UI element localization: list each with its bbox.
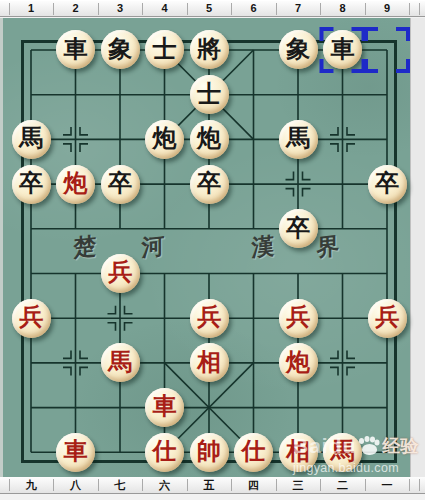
file-label: 9 — [374, 2, 400, 14]
black-horse-glyph: 馬 — [19, 126, 43, 150]
file-label: 7 — [285, 2, 311, 14]
file-label: 一 — [374, 478, 400, 493]
red-soldier[interactable]: 兵 — [12, 299, 51, 338]
ruler-tick — [142, 3, 143, 15]
red-soldier-glyph: 兵 — [19, 305, 43, 329]
black-general-glyph: 將 — [197, 37, 221, 61]
red-soldier[interactable]: 兵 — [190, 299, 229, 338]
pieces-layer: 車象士將象車士馬炮炮馬卒卒卒卒卒炮兵兵兵兵兵馬相炮車車仕帥仕相馬 — [9, 28, 410, 475]
ruler-tick — [365, 3, 366, 15]
red-advisor-glyph: 仕 — [242, 439, 266, 463]
file-label: 4 — [152, 2, 178, 14]
red-chariot[interactable]: 車 — [145, 388, 184, 427]
black-soldier-glyph: 卒 — [375, 171, 399, 195]
ruler-tick — [276, 3, 277, 15]
file-label: 五 — [196, 478, 222, 493]
red-cannon-glyph: 炮 — [286, 350, 310, 374]
file-label: 六 — [152, 478, 178, 493]
red-advisor-glyph: 仕 — [153, 439, 177, 463]
board-right-margin — [410, 18, 425, 477]
file-label: 5 — [196, 2, 222, 14]
ruler-tick — [142, 479, 143, 491]
black-cannon-glyph: 炮 — [153, 126, 177, 150]
red-elephant[interactable]: 相 — [279, 433, 318, 472]
black-elephant[interactable]: 象 — [279, 30, 318, 69]
black-chariot[interactable]: 車 — [56, 30, 95, 69]
file-label: 八 — [63, 478, 89, 493]
red-elephant[interactable]: 相 — [190, 343, 229, 382]
ruler-tick — [231, 3, 232, 15]
black-soldier[interactable]: 卒 — [12, 165, 51, 204]
red-soldier[interactable]: 兵 — [368, 299, 407, 338]
red-cannon-glyph: 炮 — [64, 171, 88, 195]
red-elephant-glyph: 相 — [197, 350, 221, 374]
ruler-tick — [187, 3, 188, 15]
black-horse[interactable]: 馬 — [12, 120, 51, 159]
ruler-tick — [187, 479, 188, 491]
black-cannon-glyph: 炮 — [197, 126, 221, 150]
black-advisor[interactable]: 士 — [145, 30, 184, 69]
ruler-tick — [365, 479, 366, 491]
red-horse-glyph: 馬 — [108, 350, 132, 374]
black-soldier-glyph: 卒 — [197, 171, 221, 195]
black-advisor-glyph: 士 — [197, 82, 221, 106]
black-soldier[interactable]: 卒 — [279, 209, 318, 248]
ruler-tick — [419, 479, 420, 491]
ruler-tick — [53, 479, 54, 491]
ruler-tick — [409, 479, 410, 491]
black-general[interactable]: 將 — [190, 30, 229, 69]
ruler-tick — [320, 3, 321, 15]
black-soldier-glyph: 卒 — [286, 216, 310, 240]
black-cannon[interactable]: 炮 — [145, 120, 184, 159]
xiangqi-board[interactable]: 楚河漢界 車象士將象車士馬炮炮馬卒卒卒卒卒炮兵兵兵兵兵馬相炮車車仕帥仕相馬 Ba… — [0, 18, 410, 477]
ruler-tick — [276, 479, 277, 491]
black-soldier[interactable]: 卒 — [101, 165, 140, 204]
red-horse[interactable]: 馬 — [323, 433, 362, 472]
black-soldier-glyph: 卒 — [108, 171, 132, 195]
red-horse-glyph: 馬 — [331, 439, 355, 463]
red-advisor[interactable]: 仕 — [145, 433, 184, 472]
ruler-tick — [53, 3, 54, 15]
black-horse[interactable]: 馬 — [279, 120, 318, 159]
red-general-glyph: 帥 — [197, 439, 221, 463]
file-ruler-top: 123456789 — [0, 0, 425, 17]
file-label: 6 — [241, 2, 267, 14]
red-cannon[interactable]: 炮 — [279, 343, 318, 382]
black-cannon[interactable]: 炮 — [190, 120, 229, 159]
black-elephant-glyph: 象 — [108, 37, 132, 61]
red-soldier-glyph: 兵 — [375, 305, 399, 329]
file-label: 二 — [330, 478, 356, 493]
black-chariot[interactable]: 車 — [323, 30, 362, 69]
red-soldier-glyph: 兵 — [286, 305, 310, 329]
red-horse[interactable]: 馬 — [101, 343, 140, 382]
ruler-tick — [9, 3, 10, 15]
black-soldier[interactable]: 卒 — [190, 165, 229, 204]
red-soldier[interactable]: 兵 — [101, 254, 140, 293]
black-chariot-glyph: 車 — [64, 37, 88, 61]
ruler-tick — [9, 479, 10, 491]
red-soldier-glyph: 兵 — [108, 260, 132, 284]
black-elephant[interactable]: 象 — [101, 30, 140, 69]
red-chariot-glyph: 車 — [64, 439, 88, 463]
red-cannon[interactable]: 炮 — [56, 165, 95, 204]
black-soldier-glyph: 卒 — [19, 171, 43, 195]
ruler-tick — [409, 3, 410, 15]
file-label: 九 — [18, 478, 44, 493]
file-label: 三 — [285, 478, 311, 493]
red-advisor[interactable]: 仕 — [234, 433, 273, 472]
red-soldier[interactable]: 兵 — [279, 299, 318, 338]
black-soldier[interactable]: 卒 — [368, 165, 407, 204]
ruler-tick — [98, 3, 99, 15]
ruler-tick — [320, 479, 321, 491]
black-chariot-glyph: 車 — [331, 37, 355, 61]
red-general[interactable]: 帥 — [190, 433, 229, 472]
xiangqi-game-screenshot: 123456789 楚河漢界 車象士將象車士馬炮炮馬卒卒卒卒卒炮兵兵兵兵兵馬相炮… — [0, 0, 425, 500]
board-left-edge — [0, 18, 3, 477]
file-label: 2 — [63, 2, 89, 14]
black-advisor[interactable]: 士 — [190, 75, 229, 114]
red-elephant-glyph: 相 — [286, 439, 310, 463]
file-label: 1 — [18, 2, 44, 14]
ruler-tick — [98, 479, 99, 491]
ruler-tick — [419, 3, 420, 15]
file-label: 8 — [330, 2, 356, 14]
black-elephant-glyph: 象 — [286, 37, 310, 61]
file-ruler-bottom: 九八七六五四三二一 — [0, 477, 425, 494]
file-label: 七 — [107, 478, 133, 493]
red-chariot[interactable]: 車 — [56, 433, 95, 472]
red-soldier-glyph: 兵 — [197, 305, 221, 329]
black-horse-glyph: 馬 — [286, 126, 310, 150]
black-advisor-glyph: 士 — [153, 37, 177, 61]
red-chariot-glyph: 車 — [153, 394, 177, 418]
file-label: 四 — [241, 478, 267, 493]
ruler-tick — [231, 479, 232, 491]
file-label: 3 — [107, 2, 133, 14]
